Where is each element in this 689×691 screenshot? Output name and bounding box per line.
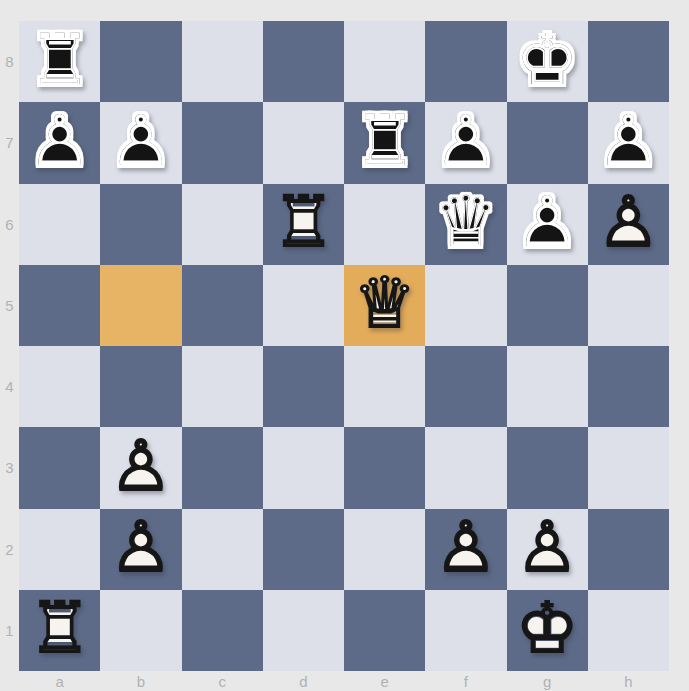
square-f7[interactable]: ♟♙ [425,102,506,183]
white-rook-outline: ♖ [28,593,91,663]
file-label-g: g [507,671,588,691]
file-label-b: b [100,671,181,691]
white-rook-icon[interactable]: ♜♖ [263,184,344,265]
white-pawn-icon[interactable]: ♟♙ [507,509,588,590]
white-king-outline: ♔ [516,593,579,663]
white-pawn-icon[interactable]: ♟♙ [588,184,669,265]
black-pawn-outline: ♙ [516,187,579,257]
black-rook-outline: ♖ [353,106,416,176]
square-g2[interactable]: ♟♙ [507,509,588,590]
square-d6[interactable]: ♜♖ [263,184,344,265]
square-d2[interactable] [263,509,344,590]
square-d3[interactable] [263,427,344,508]
black-rook-outline: ♖ [28,25,91,95]
black-pawn-outline: ♙ [597,106,660,176]
rank-labels: 87654321 [0,21,19,671]
white-pawn-outline: ♙ [597,187,660,257]
square-c3[interactable] [182,427,263,508]
square-a4[interactable] [19,346,100,427]
white-pawn-outline: ♙ [516,512,579,582]
square-f8[interactable] [425,21,506,102]
square-h2[interactable] [588,509,669,590]
square-g8[interactable]: ♚♔ [507,21,588,102]
square-c5[interactable] [182,265,263,346]
square-h3[interactable] [588,427,669,508]
square-g4[interactable] [507,346,588,427]
square-d7[interactable] [263,102,344,183]
square-b3[interactable]: ♟♙ [100,427,181,508]
black-pawn-outline: ♙ [28,106,91,176]
white-rook-icon[interactable]: ♜♖ [19,590,100,671]
square-a5[interactable] [19,265,100,346]
white-pawn-icon[interactable]: ♟♙ [425,509,506,590]
black-king-icon[interactable]: ♚♔ [507,21,588,102]
square-b2[interactable]: ♟♙ [100,509,181,590]
black-pawn-outline: ♙ [434,106,497,176]
square-d4[interactable] [263,346,344,427]
square-g7[interactable] [507,102,588,183]
square-h8[interactable] [588,21,669,102]
square-f2[interactable]: ♟♙ [425,509,506,590]
rank-label-2: 2 [0,509,19,590]
square-a3[interactable] [19,427,100,508]
black-king-outline: ♔ [516,25,579,95]
black-pawn-icon[interactable]: ♟♙ [588,102,669,183]
black-pawn-icon[interactable]: ♟♙ [507,184,588,265]
black-queen-outline: ♕ [434,187,497,257]
rank-label-5: 5 [0,265,19,346]
square-h1[interactable] [588,590,669,671]
white-queen-outline: ♕ [353,268,416,338]
black-queen-icon[interactable]: ♛♕ [425,184,506,265]
square-a7[interactable]: ♟♙ [19,102,100,183]
white-pawn-icon[interactable]: ♟♙ [100,509,181,590]
square-f1[interactable] [425,590,506,671]
square-e3[interactable] [344,427,425,508]
square-c2[interactable] [182,509,263,590]
square-b5[interactable] [100,265,181,346]
square-e7[interactable]: ♜♖ [344,102,425,183]
rank-label-4: 4 [0,346,19,427]
black-pawn-icon[interactable]: ♟♙ [425,102,506,183]
file-label-f: f [425,671,506,691]
square-h4[interactable] [588,346,669,427]
white-pawn-icon[interactable]: ♟♙ [100,427,181,508]
square-h6[interactable]: ♟♙ [588,184,669,265]
square-b8[interactable] [100,21,181,102]
square-e1[interactable] [344,590,425,671]
square-a2[interactable] [19,509,100,590]
square-b4[interactable] [100,346,181,427]
square-g6[interactable]: ♟♙ [507,184,588,265]
white-king-icon[interactable]: ♚♔ [507,590,588,671]
file-label-d: d [263,671,344,691]
square-f5[interactable] [425,265,506,346]
square-f4[interactable] [425,346,506,427]
square-h5[interactable] [588,265,669,346]
square-h7[interactable]: ♟♙ [588,102,669,183]
square-d1[interactable] [263,590,344,671]
square-c1[interactable] [182,590,263,671]
square-a1[interactable]: ♜♖ [19,590,100,671]
square-c8[interactable] [182,21,263,102]
square-a8[interactable]: ♜♖ [19,21,100,102]
square-g5[interactable] [507,265,588,346]
rank-label-1: 1 [0,590,19,671]
square-c6[interactable] [182,184,263,265]
black-rook-icon[interactable]: ♜♖ [19,21,100,102]
black-pawn-outline: ♙ [109,106,172,176]
square-c7[interactable] [182,102,263,183]
square-e4[interactable] [344,346,425,427]
file-label-h: h [588,671,669,691]
white-pawn-outline: ♙ [109,431,172,501]
square-c4[interactable] [182,346,263,427]
square-e8[interactable] [344,21,425,102]
square-g3[interactable] [507,427,588,508]
chess-app-board-screen: 87654321 ♜♖♚♔♟♙♟♙♜♖♟♙♟♙♜♖♛♕♟♙♟♙♛♕♟♙♟♙♟♙♟… [0,0,689,691]
square-b6[interactable] [100,184,181,265]
square-e2[interactable] [344,509,425,590]
black-pawn-icon[interactable]: ♟♙ [100,102,181,183]
file-labels: abcdefgh [19,671,669,691]
white-pawn-outline: ♙ [434,512,497,582]
square-e5[interactable]: ♛♕ [344,265,425,346]
file-label-a: a [19,671,100,691]
square-b7[interactable]: ♟♙ [100,102,181,183]
rank-label-3: 3 [0,427,19,508]
rank-label-7: 7 [0,102,19,183]
square-g1[interactable]: ♚♔ [507,590,588,671]
square-d5[interactable] [263,265,344,346]
black-rook-icon[interactable]: ♜♖ [344,102,425,183]
square-e6[interactable] [344,184,425,265]
square-b1[interactable] [100,590,181,671]
chess-board[interactable]: ♜♖♚♔♟♙♟♙♜♖♟♙♟♙♜♖♛♕♟♙♟♙♛♕♟♙♟♙♟♙♟♙♜♖♚♔ [19,21,669,671]
white-pawn-outline: ♙ [109,512,172,582]
square-d8[interactable] [263,21,344,102]
white-rook-outline: ♖ [272,187,335,257]
square-f3[interactable] [425,427,506,508]
file-label-e: e [344,671,425,691]
black-pawn-icon[interactable]: ♟♙ [19,102,100,183]
square-a6[interactable] [19,184,100,265]
rank-label-8: 8 [0,21,19,102]
rank-label-6: 6 [0,184,19,265]
file-label-c: c [182,671,263,691]
square-f6[interactable]: ♛♕ [425,184,506,265]
white-queen-icon[interactable]: ♛♕ [344,265,425,346]
